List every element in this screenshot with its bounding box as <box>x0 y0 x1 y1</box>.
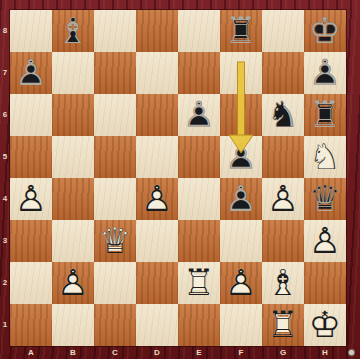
square-h3[interactable]: ♟♙ <box>304 220 346 262</box>
file-label-a: A <box>10 346 52 359</box>
piece-black-pawn-f5[interactable]: ♟♙ <box>220 136 262 178</box>
bishop-glyph-outline: ♗ <box>52 10 94 52</box>
square-f4[interactable]: ♟♙ <box>220 178 262 220</box>
chess-diagram: 87654321 ♝♗♜♖♚♔♟♙♟♙♟♙♞♘♜♖♟♙♞♘♟♙♟♙♟♙♟♙♛♕♛… <box>0 0 360 359</box>
square-h6[interactable]: ♜♖ <box>304 94 346 136</box>
piece-white-queen-c3[interactable]: ♛♕ <box>94 220 136 262</box>
square-g4[interactable]: ♟♙ <box>262 178 304 220</box>
file-labels: ABCDEFGH <box>10 346 346 359</box>
rank-label-1: 1 <box>0 304 10 346</box>
square-h5[interactable]: ♞♘ <box>304 136 346 178</box>
square-d6[interactable] <box>136 94 178 136</box>
square-g1[interactable]: ♜♖ <box>262 304 304 346</box>
piece-black-pawn-f4[interactable]: ♟♙ <box>220 178 262 220</box>
square-e5[interactable] <box>178 136 220 178</box>
square-d8[interactable] <box>136 10 178 52</box>
queen-glyph-outline: ♕ <box>304 178 346 220</box>
square-h4[interactable]: ♛♕ <box>304 178 346 220</box>
square-c1[interactable] <box>94 304 136 346</box>
square-a7[interactable]: ♟♙ <box>10 52 52 94</box>
square-b1[interactable] <box>52 304 94 346</box>
piece-black-pawn-e6[interactable]: ♟♙ <box>178 94 220 136</box>
square-a2[interactable] <box>10 262 52 304</box>
square-a5[interactable] <box>10 136 52 178</box>
pawn-glyph-outline: ♙ <box>220 262 262 304</box>
file-label-c: C <box>94 346 136 359</box>
piece-white-rook-g1[interactable]: ♜♖ <box>262 304 304 346</box>
pawn-glyph-outline: ♙ <box>220 178 262 220</box>
rook-glyph-outline: ♖ <box>178 262 220 304</box>
pawn-glyph-outline: ♙ <box>178 94 220 136</box>
pawn-glyph-outline: ♙ <box>304 220 346 262</box>
square-f2[interactable]: ♟♙ <box>220 262 262 304</box>
rank-label-3: 3 <box>0 220 10 262</box>
square-c6[interactable] <box>94 94 136 136</box>
square-d3[interactable] <box>136 220 178 262</box>
square-h8[interactable]: ♚♔ <box>304 10 346 52</box>
piece-white-pawn-a4[interactable]: ♟♙ <box>10 178 52 220</box>
rank-label-5: 5 <box>0 136 10 178</box>
square-d1[interactable] <box>136 304 178 346</box>
square-f5[interactable]: ♟♙ <box>220 136 262 178</box>
file-label-d: D <box>136 346 178 359</box>
file-label-h: H <box>304 346 346 359</box>
piece-black-rook-f8[interactable]: ♜♖ <box>220 10 262 52</box>
square-f6[interactable] <box>220 94 262 136</box>
file-label-b: B <box>52 346 94 359</box>
square-g5[interactable] <box>262 136 304 178</box>
square-b6[interactable] <box>52 94 94 136</box>
piece-white-pawn-d4[interactable]: ♟♙ <box>136 178 178 220</box>
square-g2[interactable]: ♝♗ <box>262 262 304 304</box>
square-g3[interactable] <box>262 220 304 262</box>
chess-board[interactable]: ♝♗♜♖♚♔♟♙♟♙♟♙♞♘♜♖♟♙♞♘♟♙♟♙♟♙♟♙♛♕♛♕♟♙♟♙♜♖♟♙… <box>10 10 346 346</box>
pawn-glyph-outline: ♙ <box>10 52 52 94</box>
square-b8[interactable]: ♝♗ <box>52 10 94 52</box>
pawn-glyph-outline: ♙ <box>52 262 94 304</box>
rank-label-2: 2 <box>0 262 10 304</box>
square-h2[interactable] <box>304 262 346 304</box>
rank-label-6: 6 <box>0 94 10 136</box>
side-to-move-indicator <box>348 349 355 356</box>
piece-black-pawn-a7[interactable]: ♟♙ <box>10 52 52 94</box>
rank-label-8: 8 <box>0 10 10 52</box>
knight-glyph-outline: ♘ <box>304 136 346 178</box>
king-glyph-outline: ♔ <box>304 304 346 346</box>
pawn-glyph-outline: ♙ <box>262 178 304 220</box>
square-b3[interactable] <box>52 220 94 262</box>
square-a8[interactable] <box>10 10 52 52</box>
piece-white-king-h1[interactable]: ♚♔ <box>304 304 346 346</box>
square-c5[interactable] <box>94 136 136 178</box>
square-d4[interactable]: ♟♙ <box>136 178 178 220</box>
square-e4[interactable] <box>178 178 220 220</box>
square-b4[interactable] <box>52 178 94 220</box>
square-h7[interactable]: ♟♙ <box>304 52 346 94</box>
rank-labels: 87654321 <box>0 10 10 346</box>
rook-glyph-outline: ♖ <box>220 10 262 52</box>
square-f1[interactable] <box>220 304 262 346</box>
square-f8[interactable]: ♜♖ <box>220 10 262 52</box>
square-a4[interactable]: ♟♙ <box>10 178 52 220</box>
rank-label-7: 7 <box>0 52 10 94</box>
square-h1[interactable]: ♚♔ <box>304 304 346 346</box>
square-b7[interactable] <box>52 52 94 94</box>
square-c2[interactable] <box>94 262 136 304</box>
piece-black-king-h8[interactable]: ♚♔ <box>304 10 346 52</box>
piece-white-pawn-f2[interactable]: ♟♙ <box>220 262 262 304</box>
square-f3[interactable] <box>220 220 262 262</box>
square-e2[interactable]: ♜♖ <box>178 262 220 304</box>
square-b2[interactable]: ♟♙ <box>52 262 94 304</box>
square-e3[interactable] <box>178 220 220 262</box>
square-g6[interactable]: ♞♘ <box>262 94 304 136</box>
square-c4[interactable] <box>94 178 136 220</box>
piece-white-knight-h5[interactable]: ♞♘ <box>304 136 346 178</box>
piece-white-pawn-h3[interactable]: ♟♙ <box>304 220 346 262</box>
square-a6[interactable] <box>10 94 52 136</box>
rook-glyph-outline: ♖ <box>304 94 346 136</box>
piece-white-pawn-b2[interactable]: ♟♙ <box>52 262 94 304</box>
square-e8[interactable] <box>178 10 220 52</box>
piece-white-bishop-g2[interactable]: ♝♗ <box>262 262 304 304</box>
square-e7[interactable] <box>178 52 220 94</box>
piece-white-pawn-g4[interactable]: ♟♙ <box>262 178 304 220</box>
square-e1[interactable] <box>178 304 220 346</box>
square-c7[interactable] <box>94 52 136 94</box>
square-d2[interactable] <box>136 262 178 304</box>
pawn-glyph-outline: ♙ <box>304 52 346 94</box>
square-f7[interactable] <box>220 52 262 94</box>
file-label-g: G <box>262 346 304 359</box>
piece-black-rook-h6[interactable]: ♜♖ <box>304 94 346 136</box>
king-glyph-outline: ♔ <box>304 10 346 52</box>
square-a3[interactable] <box>10 220 52 262</box>
square-b5[interactable] <box>52 136 94 178</box>
square-d5[interactable] <box>136 136 178 178</box>
square-a1[interactable] <box>10 304 52 346</box>
piece-black-bishop-b8[interactable]: ♝♗ <box>52 10 94 52</box>
square-c3[interactable]: ♛♕ <box>94 220 136 262</box>
square-g8[interactable] <box>262 10 304 52</box>
square-d7[interactable] <box>136 52 178 94</box>
file-label-f: F <box>220 346 262 359</box>
bishop-glyph-outline: ♗ <box>262 262 304 304</box>
file-label-e: E <box>178 346 220 359</box>
queen-glyph-outline: ♕ <box>94 220 136 262</box>
piece-black-pawn-h7[interactable]: ♟♙ <box>304 52 346 94</box>
piece-black-knight-g6[interactable]: ♞♘ <box>262 94 304 136</box>
rank-label-4: 4 <box>0 178 10 220</box>
rook-glyph-outline: ♖ <box>262 304 304 346</box>
pawn-glyph-outline: ♙ <box>220 136 262 178</box>
square-c8[interactable] <box>94 10 136 52</box>
knight-glyph-outline: ♘ <box>262 94 304 136</box>
piece-white-rook-e2[interactable]: ♜♖ <box>178 262 220 304</box>
square-g7[interactable] <box>262 52 304 94</box>
pawn-glyph-outline: ♙ <box>10 178 52 220</box>
pawn-glyph-outline: ♙ <box>136 178 178 220</box>
piece-black-queen-h4[interactable]: ♛♕ <box>304 178 346 220</box>
square-e6[interactable]: ♟♙ <box>178 94 220 136</box>
